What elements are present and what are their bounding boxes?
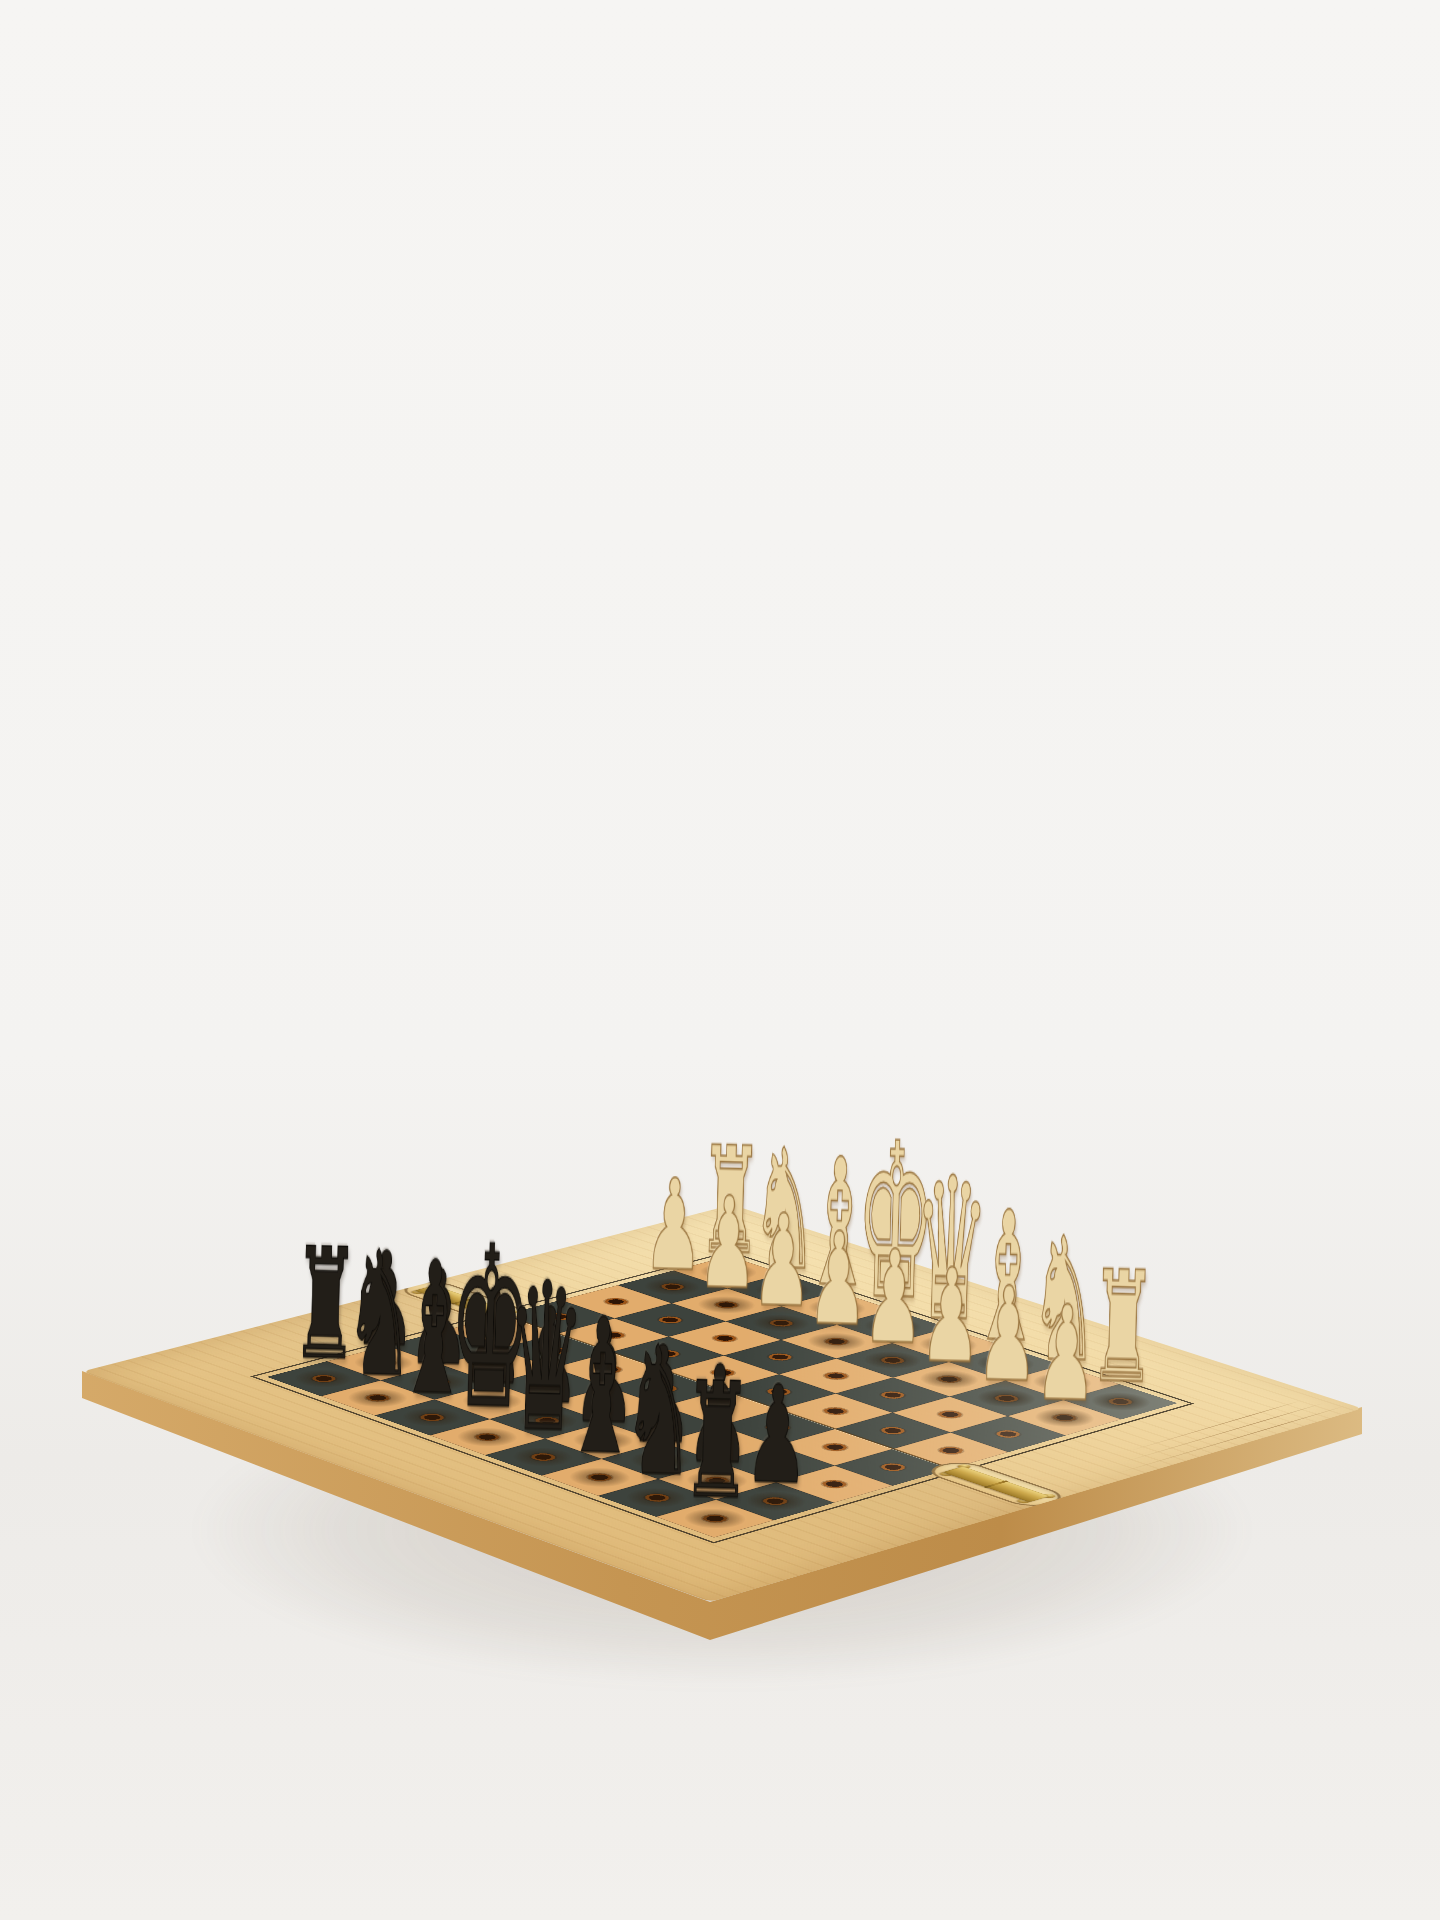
corner-groove bbox=[1123, 1403, 1324, 1462]
brass-hinge-plate bbox=[943, 1466, 1050, 1502]
corner-groove bbox=[1117, 1406, 1346, 1474]
chess-board: ♜♞♝♚♛♝♞♜♟♟♟♟♟♟♟♟♟♟♟♟♟♟♟♟♜♞♝♚♛♝♞♜ bbox=[82, 1205, 1363, 1602]
hinge-screw-icon bbox=[1015, 1498, 1033, 1504]
chess-piece-glyph-black-R: ♜ bbox=[639, 1359, 795, 1523]
scene: ♜♞♝♚♛♝♞♜♟♟♟♟♟♟♟♟♟♟♟♟♟♟♟♟♜♞♝♚♛♝♞♜ bbox=[0, 0, 1440, 1920]
chess-piece-glyph-white-P: ♟ bbox=[985, 1287, 1148, 1422]
hinge-screw-icon bbox=[1040, 1493, 1058, 1499]
product-photo-canvas: { "game": "chess", "scene": { "descripti… bbox=[0, 0, 1440, 1920]
